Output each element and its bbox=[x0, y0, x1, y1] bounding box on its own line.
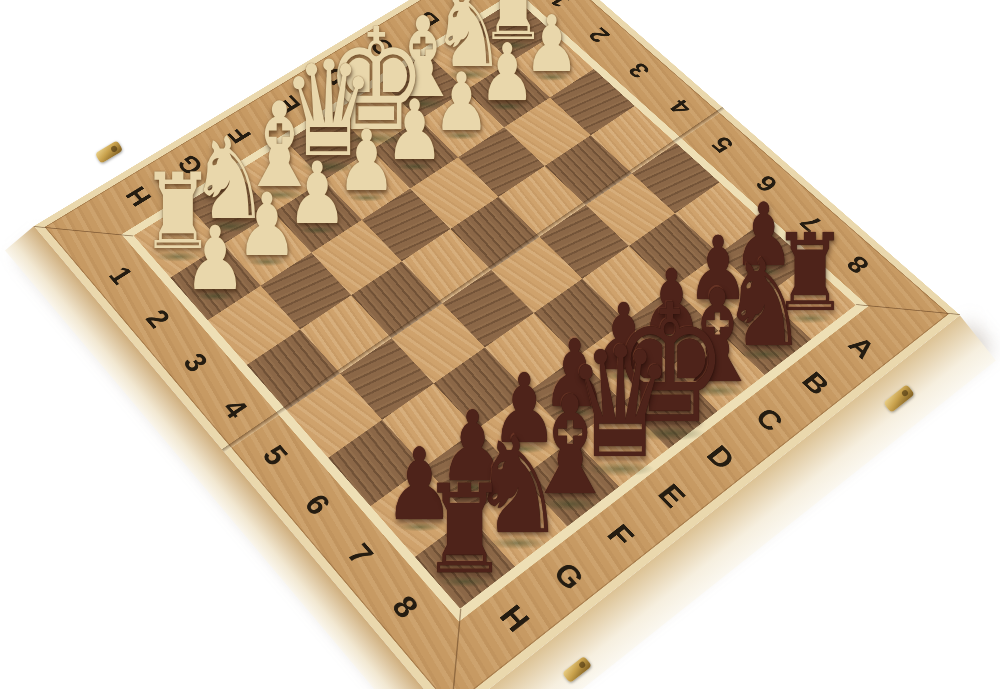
miter-seam-0 bbox=[34, 226, 133, 236]
rank-label-right-3: 3 bbox=[615, 52, 664, 90]
miter-seam-2 bbox=[856, 304, 960, 315]
rank-label-left-2: 2 bbox=[131, 296, 184, 341]
file-label-bottom-b: B bbox=[788, 360, 843, 407]
file-label-top-g: G bbox=[165, 145, 215, 186]
miter-seam-3 bbox=[450, 609, 461, 689]
file-label-bottom-a: A bbox=[834, 325, 888, 371]
file-label-bottom-c: C bbox=[741, 396, 797, 445]
file-label-top-c: C bbox=[359, 29, 407, 66]
file-label-top-e: E bbox=[264, 86, 313, 125]
rank-label-right-4: 4 bbox=[656, 88, 705, 127]
file-label-bottom-g: G bbox=[539, 550, 597, 604]
file-label-bottom-d: D bbox=[693, 433, 749, 483]
rank-label-left-6: 6 bbox=[289, 479, 346, 531]
rank-label-left-1: 1 bbox=[95, 254, 147, 298]
rank-label-left-3: 3 bbox=[169, 340, 223, 387]
rank-label-left-5: 5 bbox=[247, 431, 303, 481]
file-label-top-h: H bbox=[114, 175, 165, 217]
rank-label-right-2: 2 bbox=[575, 17, 623, 53]
file-label-top-f: F bbox=[215, 115, 265, 155]
file-label-top-b: B bbox=[404, 2, 452, 38]
file-label-top-d: D bbox=[312, 57, 361, 95]
rank-label-left-7: 7 bbox=[331, 528, 389, 581]
rank-label-right-5: 5 bbox=[698, 125, 748, 165]
file-label-bottom-e: E bbox=[643, 471, 700, 522]
chess-set-product-photo: 11HH22GG33FF44EE55DD66CC77BB88AA ♜♞♝♚♛♝♞… bbox=[0, 0, 1000, 689]
rank-label-left-8: 8 bbox=[376, 579, 435, 634]
rank-label-left-4: 4 bbox=[207, 384, 262, 432]
file-label-bottom-h: H bbox=[485, 591, 544, 647]
file-label-bottom-f: F bbox=[592, 509, 650, 562]
